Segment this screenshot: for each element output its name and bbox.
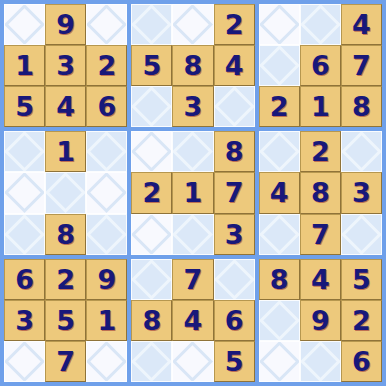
cell-value: 6	[97, 93, 116, 120]
diamond-icon	[341, 214, 382, 255]
cell-r9c2: 7	[45, 341, 86, 382]
box-9: 845926	[259, 259, 382, 382]
cell-r6c6: 3	[214, 214, 255, 255]
cell-value: 5	[225, 348, 244, 375]
cell-r9c4[interactable]	[131, 341, 172, 382]
diamond-icon	[45, 172, 86, 213]
cell-r7c9: 5	[341, 259, 382, 300]
cell-value: 5	[352, 266, 371, 293]
cell-r5c6: 7	[214, 172, 255, 213]
cell-value: 8	[56, 221, 75, 248]
sudoku-board: 9132546258434672181882173248376293517784…	[0, 0, 386, 386]
cell-r5c2[interactable]	[45, 172, 86, 213]
cell-r9c6: 5	[214, 341, 255, 382]
diamond-icon	[300, 341, 341, 382]
diamond-icon	[4, 341, 45, 382]
cell-r2c6: 4	[214, 45, 255, 86]
cell-r4c2: 1	[45, 131, 86, 172]
cell-r5c3[interactable]	[86, 172, 127, 213]
cell-r1c6: 2	[214, 4, 255, 45]
diamond-icon	[259, 4, 300, 45]
cell-r9c7[interactable]	[259, 341, 300, 382]
cell-r7c8: 4	[300, 259, 341, 300]
cell-value: 2	[97, 52, 116, 79]
cell-value: 2	[311, 138, 330, 165]
cell-value: 1	[311, 93, 330, 120]
cell-r1c9: 4	[341, 4, 382, 45]
cell-r4c6: 8	[214, 131, 255, 172]
cell-r5c4: 2	[131, 172, 172, 213]
diamond-icon	[86, 4, 127, 45]
cell-value: 8	[184, 52, 203, 79]
cell-value: 7	[225, 179, 244, 206]
diamond-icon	[131, 214, 172, 255]
cell-r9c9: 6	[341, 341, 382, 382]
cell-r6c1[interactable]	[4, 214, 45, 255]
cell-r3c6[interactable]	[214, 86, 255, 127]
box-4: 18	[4, 131, 127, 254]
cell-r8c1: 3	[4, 300, 45, 341]
cell-r6c2: 8	[45, 214, 86, 255]
cell-r4c4[interactable]	[131, 131, 172, 172]
diamond-icon	[300, 4, 341, 45]
diamond-icon	[86, 172, 127, 213]
cell-r9c5[interactable]	[172, 341, 213, 382]
diamond-icon	[259, 45, 300, 86]
diamond-icon	[259, 300, 300, 341]
diamond-icon	[214, 259, 255, 300]
cell-r1c1[interactable]	[4, 4, 45, 45]
diamond-icon	[86, 214, 127, 255]
cell-value: 6	[225, 307, 244, 334]
cell-r1c4[interactable]	[131, 4, 172, 45]
diamond-icon	[214, 86, 255, 127]
cell-value: 2	[56, 266, 75, 293]
diamond-icon	[172, 341, 213, 382]
cell-value: 8	[352, 93, 371, 120]
cell-r5c1[interactable]	[4, 172, 45, 213]
cell-r1c5[interactable]	[172, 4, 213, 45]
cell-r5c8: 8	[300, 172, 341, 213]
cell-value: 4	[56, 93, 75, 120]
cell-r7c2: 2	[45, 259, 86, 300]
cell-r3c7: 2	[259, 86, 300, 127]
box-3: 467218	[259, 4, 382, 127]
cell-r4c9[interactable]	[341, 131, 382, 172]
cell-r8c7[interactable]	[259, 300, 300, 341]
cell-value: 4	[352, 11, 371, 38]
cell-r6c7[interactable]	[259, 214, 300, 255]
cell-value: 4	[311, 266, 330, 293]
cell-r7c7: 8	[259, 259, 300, 300]
cell-r9c8[interactable]	[300, 341, 341, 382]
cell-r8c2: 5	[45, 300, 86, 341]
cell-r4c7[interactable]	[259, 131, 300, 172]
cell-r6c4[interactable]	[131, 214, 172, 255]
box-1: 9132546	[4, 4, 127, 127]
cell-r6c3[interactable]	[86, 214, 127, 255]
cell-value: 7	[311, 221, 330, 248]
cell-r3c5: 3	[172, 86, 213, 127]
cell-r5c9: 3	[341, 172, 382, 213]
diamond-icon	[259, 214, 300, 255]
cell-r8c8: 9	[300, 300, 341, 341]
cell-r2c9: 7	[341, 45, 382, 86]
cell-r4c1[interactable]	[4, 131, 45, 172]
cell-value: 7	[184, 266, 203, 293]
diamond-icon	[259, 131, 300, 172]
cell-r4c8: 2	[300, 131, 341, 172]
cell-r2c8: 6	[300, 45, 341, 86]
box-8: 78465	[131, 259, 254, 382]
cell-r1c2: 9	[45, 4, 86, 45]
cell-value: 5	[15, 93, 34, 120]
cell-r2c5: 8	[172, 45, 213, 86]
box-7: 6293517	[4, 259, 127, 382]
cell-r7c6[interactable]	[214, 259, 255, 300]
cell-r8c5: 4	[172, 300, 213, 341]
cell-value: 1	[15, 52, 34, 79]
cell-value: 9	[97, 266, 116, 293]
cell-value: 6	[15, 266, 34, 293]
cell-value: 3	[15, 307, 34, 334]
cell-r8c6: 6	[214, 300, 255, 341]
cell-value: 2	[225, 11, 244, 38]
cell-value: 1	[184, 179, 203, 206]
cell-value: 6	[311, 52, 330, 79]
diamond-icon	[4, 172, 45, 213]
cell-r3c1: 5	[4, 86, 45, 127]
cell-value: 7	[56, 348, 75, 375]
cell-value: 3	[225, 221, 244, 248]
diamond-icon	[172, 214, 213, 255]
diamond-icon	[4, 214, 45, 255]
cell-value: 9	[311, 307, 330, 334]
diamond-icon	[131, 4, 172, 45]
diamond-icon	[172, 4, 213, 45]
cell-value: 8	[270, 266, 289, 293]
cell-r2c4: 5	[131, 45, 172, 86]
cell-value: 5	[142, 52, 161, 79]
diamond-icon	[259, 341, 300, 382]
cell-value: 8	[311, 179, 330, 206]
cell-value: 3	[352, 179, 371, 206]
cell-value: 1	[97, 307, 116, 334]
cell-r3c9: 8	[341, 86, 382, 127]
cell-value: 8	[142, 307, 161, 334]
cell-r5c5: 1	[172, 172, 213, 213]
cell-r7c4[interactable]	[131, 259, 172, 300]
diamond-icon	[131, 86, 172, 127]
diamond-icon	[86, 341, 127, 382]
cell-value: 4	[184, 307, 203, 334]
cell-r1c7[interactable]	[259, 4, 300, 45]
cell-r6c9[interactable]	[341, 214, 382, 255]
diamond-icon	[131, 131, 172, 172]
cell-r1c8[interactable]	[300, 4, 341, 45]
cell-r3c2: 4	[45, 86, 86, 127]
cell-r3c4[interactable]	[131, 86, 172, 127]
cell-r8c4: 8	[131, 300, 172, 341]
cell-r6c8: 7	[300, 214, 341, 255]
cell-value: 2	[352, 307, 371, 334]
cell-r9c3[interactable]	[86, 341, 127, 382]
cell-r6c5[interactable]	[172, 214, 213, 255]
box-2: 25843	[131, 4, 254, 127]
diamond-icon	[131, 341, 172, 382]
cell-r3c8: 1	[300, 86, 341, 127]
diamond-icon	[4, 4, 45, 45]
cell-value: 8	[225, 138, 244, 165]
cell-value: 1	[56, 138, 75, 165]
cell-value: 2	[142, 179, 161, 206]
cell-value: 5	[56, 307, 75, 334]
cell-value: 3	[184, 93, 203, 120]
box-5: 82173	[131, 131, 254, 254]
cell-r2c7[interactable]	[259, 45, 300, 86]
cell-value: 3	[56, 52, 75, 79]
cell-value: 7	[352, 52, 371, 79]
cell-r2c2: 3	[45, 45, 86, 86]
diamond-icon	[4, 131, 45, 172]
cell-value: 4	[225, 52, 244, 79]
cell-value: 4	[270, 179, 289, 206]
cell-r2c1: 1	[4, 45, 45, 86]
cell-r8c3: 1	[86, 300, 127, 341]
cell-r2c3: 2	[86, 45, 127, 86]
cell-value: 9	[56, 11, 75, 38]
cell-r4c3[interactable]	[86, 131, 127, 172]
cell-r4c5[interactable]	[172, 131, 213, 172]
cell-r3c3: 6	[86, 86, 127, 127]
cell-r9c1[interactable]	[4, 341, 45, 382]
cell-value: 2	[270, 93, 289, 120]
cell-r1c3[interactable]	[86, 4, 127, 45]
cell-r5c7: 4	[259, 172, 300, 213]
diamond-icon	[131, 259, 172, 300]
cell-r7c3: 9	[86, 259, 127, 300]
cell-r7c1: 6	[4, 259, 45, 300]
diamond-icon	[172, 131, 213, 172]
diamond-icon	[341, 131, 382, 172]
diamond-icon	[86, 131, 127, 172]
cell-r8c9: 2	[341, 300, 382, 341]
cell-value: 6	[352, 348, 371, 375]
box-6: 24837	[259, 131, 382, 254]
cell-r7c5: 7	[172, 259, 213, 300]
